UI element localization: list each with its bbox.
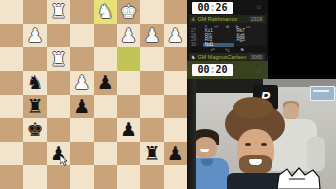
move-nav-icon-4[interactable]: ⏭ xyxy=(246,24,250,29)
white-p-piece-a2: ♟ xyxy=(167,26,184,45)
square-d7[interactable] xyxy=(94,142,117,166)
square-c2[interactable]: ♟ xyxy=(117,24,140,48)
square-a8[interactable] xyxy=(164,165,187,189)
square-d2[interactable] xyxy=(94,24,117,48)
square-f1[interactable]: ♜ xyxy=(47,0,70,24)
white-n-piece-d1: ♞ xyxy=(97,2,114,21)
cam-left-dark-edge xyxy=(187,79,196,189)
square-g6[interactable]: ♚ xyxy=(23,118,46,142)
square-g1[interactable] xyxy=(23,0,46,24)
magnus-hair-top xyxy=(233,97,273,119)
black-p-piece-e5: ♟ xyxy=(73,97,90,116)
magnus-beard xyxy=(239,155,272,175)
bottom-player-rating: 3065 xyxy=(249,54,264,60)
square-a4[interactable] xyxy=(164,71,187,95)
square-b1[interactable] xyxy=(140,0,163,24)
square-a2[interactable]: ♟ xyxy=(164,24,187,48)
square-h3[interactable] xyxy=(0,47,23,71)
square-c7[interactable] xyxy=(117,142,140,166)
square-a1[interactable] xyxy=(164,0,187,24)
bottom-player-name[interactable]: GM MagnusCarlsen xyxy=(197,54,246,60)
square-a6[interactable] xyxy=(164,118,187,142)
square-d4[interactable]: ♟ xyxy=(94,71,117,95)
square-h5[interactable] xyxy=(0,95,23,119)
square-f3[interactable]: ♜ xyxy=(47,47,70,71)
square-e1[interactable] xyxy=(70,0,93,24)
top-clock-row: 00:26 ⧉ xyxy=(187,0,268,15)
resign-flag-icon[interactable]: ⚑ xyxy=(240,47,245,53)
magnus-eye-left xyxy=(245,143,251,146)
square-f4[interactable] xyxy=(47,71,70,95)
square-g4[interactable]: ♞ xyxy=(23,71,46,95)
draw-offer-icon[interactable]: ½ xyxy=(225,47,230,53)
black-p-piece-c6: ♟ xyxy=(120,120,137,139)
cam-dark-ceiling xyxy=(187,79,263,93)
black-n-piece-g4: ♞ xyxy=(27,73,44,92)
square-e3[interactable] xyxy=(70,47,93,71)
square-g8[interactable] xyxy=(23,165,46,189)
square-b4[interactable] xyxy=(140,71,163,95)
square-h8[interactable] xyxy=(0,165,23,189)
bottom-clock-row: 00:20 ⧉ xyxy=(187,61,268,79)
white-sticker-overlay xyxy=(275,167,321,189)
square-e4[interactable]: ♟ xyxy=(70,71,93,95)
square-h7[interactable] xyxy=(0,142,23,166)
square-d6[interactable] xyxy=(94,118,117,142)
square-h1[interactable] xyxy=(0,0,23,24)
move-list-area: ≡⏮◀▶⏭ 27Kc1Rb728Rf1Kg629Rf3Rg530Nd1 xyxy=(189,23,266,46)
person-left-face xyxy=(194,137,217,159)
square-e7[interactable] xyxy=(70,142,93,166)
magnus-eye-right xyxy=(261,143,267,146)
square-h4[interactable] xyxy=(0,71,23,95)
square-g2[interactable]: ♟ xyxy=(23,24,46,48)
webcam-feed: P xyxy=(187,79,336,189)
takeback-icon[interactable]: ↶ xyxy=(210,47,215,53)
square-c4[interactable] xyxy=(117,71,140,95)
square-f8[interactable] xyxy=(47,165,70,189)
square-b3[interactable] xyxy=(140,47,163,71)
square-a7[interactable]: ♟ xyxy=(164,142,187,166)
white-p-piece-g2: ♟ xyxy=(27,26,44,45)
square-c8[interactable] xyxy=(117,165,140,189)
square-b6[interactable] xyxy=(140,118,163,142)
magnus-smile xyxy=(249,159,262,165)
square-a5[interactable] xyxy=(164,95,187,119)
square-a3[interactable] xyxy=(164,47,187,71)
move-nav-icon-2[interactable]: ◀ xyxy=(225,24,228,29)
white-p-piece-e4: ♟ xyxy=(73,73,90,92)
move-nav-icon-1[interactable]: ⏮ xyxy=(214,24,218,29)
square-f5[interactable] xyxy=(47,95,70,119)
panel-corner-icon-2: ⧉ xyxy=(257,68,261,74)
square-c1[interactable]: ♚ xyxy=(117,0,140,24)
black-r-piece-g5: ♜ xyxy=(27,97,44,116)
top-player-row: ♙GM Rakhmanov 2319 xyxy=(189,15,266,23)
bottom-player-clock: 00:20 xyxy=(192,64,233,76)
top-player-clock: 00:26 xyxy=(192,2,233,14)
square-f6[interactable] xyxy=(47,118,70,142)
square-b7[interactable]: ♜ xyxy=(140,142,163,166)
black-k-piece-g6: ♚ xyxy=(27,120,44,139)
black-r-piece-b7: ♜ xyxy=(143,144,160,163)
square-d3[interactable] xyxy=(94,47,117,71)
white-r-piece-f1: ♜ xyxy=(50,2,67,21)
square-f2[interactable] xyxy=(47,24,70,48)
game-panel: 00:26 ⧉ ♙GM Rakhmanov 2319 ≡⏮◀▶⏭ 27Kc1Rb… xyxy=(187,0,336,79)
square-g3[interactable] xyxy=(23,47,46,71)
bottom-player-row: ♞GM MagnusCarlsen 3065 xyxy=(189,53,266,61)
top-player-name[interactable]: GM Rakhmanov xyxy=(197,16,237,22)
square-g7[interactable] xyxy=(23,142,46,166)
top-player-rating: 2319 xyxy=(249,16,264,22)
square-h2[interactable] xyxy=(0,24,23,48)
square-b8[interactable] xyxy=(140,165,163,189)
panel-inner: 00:26 ⧉ ♙GM Rakhmanov 2319 ≡⏮◀▶⏭ 27Kc1Rb… xyxy=(187,0,268,79)
square-c6[interactable]: ♟ xyxy=(117,118,140,142)
mouse-cursor xyxy=(60,155,68,166)
square-d5[interactable] xyxy=(94,95,117,119)
square-b2[interactable]: ♟ xyxy=(140,24,163,48)
panel-corner-icon[interactable]: ⧉ xyxy=(257,4,261,10)
white-p-piece-c2: ♟ xyxy=(120,26,137,45)
square-e2[interactable] xyxy=(70,24,93,48)
white-pawn-icon: ♙ xyxy=(191,16,195,22)
hanging-sign xyxy=(310,86,335,101)
square-e6[interactable] xyxy=(70,118,93,142)
square-c3[interactable] xyxy=(117,47,140,71)
square-d8[interactable] xyxy=(94,165,117,189)
white-p-piece-b2: ♟ xyxy=(143,26,160,45)
square-d1[interactable]: ♞ xyxy=(94,0,117,24)
square-g5[interactable]: ♜ xyxy=(23,95,46,119)
square-h6[interactable] xyxy=(0,118,23,142)
move-list: 27Kc1Rb728Rf1Kg629Rf3Rg530Nd1 xyxy=(189,29,266,47)
white-r-piece-f3: ♜ xyxy=(50,50,67,69)
black-p-piece-d4: ♟ xyxy=(97,73,114,92)
chess-board[interactable]: ♜♞♚♟♟♟♟♜♞♟♟♜♟♚♟♟♜♟ xyxy=(0,0,187,189)
square-e5[interactable]: ♟ xyxy=(70,95,93,119)
black-p-piece-a7: ♟ xyxy=(167,144,184,163)
hanging-sign-text xyxy=(313,90,329,92)
person-standing-head xyxy=(283,103,299,120)
black-knight-icon: ♞ xyxy=(191,54,195,60)
app-window: ♜♞♚♟♟♟♟♜♞♟♟♜♟♚♟♟♜♟ 00:26 ⧉ ♙GM Rakhmanov… xyxy=(0,0,336,189)
action-icon-bar: ↶½⚑ xyxy=(189,46,266,53)
square-c5[interactable] xyxy=(117,95,140,119)
square-e8[interactable] xyxy=(70,165,93,189)
person-standing-arm xyxy=(307,137,325,171)
square-b5[interactable] xyxy=(140,95,163,119)
white-k-piece-c1: ♚ xyxy=(120,2,137,21)
